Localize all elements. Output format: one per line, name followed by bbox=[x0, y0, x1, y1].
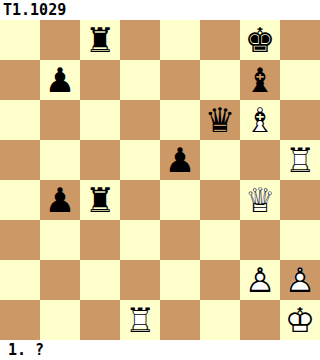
square-e5[interactable]: ♟ bbox=[160, 140, 200, 180]
square-a7[interactable] bbox=[0, 60, 40, 100]
square-c3[interactable] bbox=[80, 220, 120, 260]
square-g6[interactable]: ♝♗ bbox=[240, 100, 280, 140]
square-b8[interactable] bbox=[40, 20, 80, 60]
square-f7[interactable] bbox=[200, 60, 240, 100]
square-c8[interactable]: ♜ bbox=[80, 20, 120, 60]
square-h6[interactable] bbox=[280, 100, 320, 140]
black-queen-glyph: ♛ bbox=[200, 100, 240, 140]
square-f3[interactable] bbox=[200, 220, 240, 260]
black-king[interactable]: ♚ bbox=[240, 20, 280, 60]
black-pawn[interactable]: ♟ bbox=[160, 140, 200, 180]
square-b5[interactable] bbox=[40, 140, 80, 180]
white-bishop-outline-glyph: ♗ bbox=[240, 100, 280, 140]
square-g2[interactable]: ♟♙ bbox=[240, 260, 280, 300]
chess-board: ♜♚♟♝♛♝♗♟♜♖♟♜♛♕♟♙♟♙♜♖♚♔ bbox=[0, 20, 320, 340]
square-e6[interactable] bbox=[160, 100, 200, 140]
white-rook-outline-glyph: ♖ bbox=[280, 140, 320, 180]
square-a2[interactable] bbox=[0, 260, 40, 300]
white-pawn[interactable]: ♟♙ bbox=[240, 260, 280, 300]
square-c6[interactable] bbox=[80, 100, 120, 140]
square-e1[interactable] bbox=[160, 300, 200, 340]
white-pawn[interactable]: ♟♙ bbox=[280, 260, 320, 300]
square-e7[interactable] bbox=[160, 60, 200, 100]
black-pawn-glyph: ♟ bbox=[40, 60, 80, 100]
square-b7[interactable]: ♟ bbox=[40, 60, 80, 100]
square-g8[interactable]: ♚ bbox=[240, 20, 280, 60]
white-queen-outline-glyph: ♕ bbox=[240, 180, 280, 220]
white-rook-outline-glyph: ♖ bbox=[120, 300, 160, 340]
black-bishop-glyph: ♝ bbox=[240, 60, 280, 100]
square-d3[interactable] bbox=[120, 220, 160, 260]
square-c2[interactable] bbox=[80, 260, 120, 300]
square-a4[interactable] bbox=[0, 180, 40, 220]
square-h5[interactable]: ♜♖ bbox=[280, 140, 320, 180]
black-queen[interactable]: ♛ bbox=[200, 100, 240, 140]
white-rook[interactable]: ♜♖ bbox=[120, 300, 160, 340]
square-e8[interactable] bbox=[160, 20, 200, 60]
square-c1[interactable] bbox=[80, 300, 120, 340]
white-pawn-outline-glyph: ♙ bbox=[280, 260, 320, 300]
puzzle-id-label: T1.1029 bbox=[3, 0, 66, 20]
black-pawn[interactable]: ♟ bbox=[40, 60, 80, 100]
square-h2[interactable]: ♟♙ bbox=[280, 260, 320, 300]
square-e4[interactable] bbox=[160, 180, 200, 220]
square-d7[interactable] bbox=[120, 60, 160, 100]
square-h3[interactable] bbox=[280, 220, 320, 260]
square-h4[interactable] bbox=[280, 180, 320, 220]
square-g4[interactable]: ♛♕ bbox=[240, 180, 280, 220]
square-f1[interactable] bbox=[200, 300, 240, 340]
square-b6[interactable] bbox=[40, 100, 80, 140]
square-a3[interactable] bbox=[0, 220, 40, 260]
square-a5[interactable] bbox=[0, 140, 40, 180]
square-d4[interactable] bbox=[120, 180, 160, 220]
black-bishop[interactable]: ♝ bbox=[240, 60, 280, 100]
square-h7[interactable] bbox=[280, 60, 320, 100]
white-pawn-outline-glyph: ♙ bbox=[240, 260, 280, 300]
square-a8[interactable] bbox=[0, 20, 40, 60]
square-c5[interactable] bbox=[80, 140, 120, 180]
square-f8[interactable] bbox=[200, 20, 240, 60]
white-bishop[interactable]: ♝♗ bbox=[240, 100, 280, 140]
square-g7[interactable]: ♝ bbox=[240, 60, 280, 100]
chess-puzzle-window: T1.1029 ♜♚♟♝♛♝♗♟♜♖♟♜♛♕♟♙♟♙♜♖♚♔ 1. ? bbox=[0, 0, 320, 360]
square-d5[interactable] bbox=[120, 140, 160, 180]
square-d6[interactable] bbox=[120, 100, 160, 140]
black-pawn-glyph: ♟ bbox=[40, 180, 80, 220]
square-a6[interactable] bbox=[0, 100, 40, 140]
square-f2[interactable] bbox=[200, 260, 240, 300]
square-d2[interactable] bbox=[120, 260, 160, 300]
square-d8[interactable] bbox=[120, 20, 160, 60]
white-king-outline-glyph: ♔ bbox=[280, 300, 320, 340]
square-d1[interactable]: ♜♖ bbox=[120, 300, 160, 340]
square-b2[interactable] bbox=[40, 260, 80, 300]
white-king[interactable]: ♚♔ bbox=[280, 300, 320, 340]
square-b1[interactable] bbox=[40, 300, 80, 340]
move-prompt-label: 1. ? bbox=[8, 340, 44, 360]
black-king-glyph: ♚ bbox=[240, 20, 280, 60]
white-rook[interactable]: ♜♖ bbox=[280, 140, 320, 180]
black-pawn-glyph: ♟ bbox=[160, 140, 200, 180]
square-a1[interactable] bbox=[0, 300, 40, 340]
square-h1[interactable]: ♚♔ bbox=[280, 300, 320, 340]
square-f4[interactable] bbox=[200, 180, 240, 220]
square-g3[interactable] bbox=[240, 220, 280, 260]
square-h8[interactable] bbox=[280, 20, 320, 60]
black-rook[interactable]: ♜ bbox=[80, 180, 120, 220]
white-queen[interactable]: ♛♕ bbox=[240, 180, 280, 220]
puzzle-titlebar: T1.1029 bbox=[0, 0, 320, 20]
square-e2[interactable] bbox=[160, 260, 200, 300]
square-c7[interactable] bbox=[80, 60, 120, 100]
square-e3[interactable] bbox=[160, 220, 200, 260]
square-c4[interactable]: ♜ bbox=[80, 180, 120, 220]
square-g1[interactable] bbox=[240, 300, 280, 340]
move-prompt-bar: 1. ? bbox=[0, 340, 320, 360]
black-rook-glyph: ♜ bbox=[80, 180, 120, 220]
black-pawn[interactable]: ♟ bbox=[40, 180, 80, 220]
square-f6[interactable]: ♛ bbox=[200, 100, 240, 140]
square-g5[interactable] bbox=[240, 140, 280, 180]
square-b4[interactable]: ♟ bbox=[40, 180, 80, 220]
black-rook[interactable]: ♜ bbox=[80, 20, 120, 60]
black-rook-glyph: ♜ bbox=[80, 20, 120, 60]
square-f5[interactable] bbox=[200, 140, 240, 180]
square-b3[interactable] bbox=[40, 220, 80, 260]
